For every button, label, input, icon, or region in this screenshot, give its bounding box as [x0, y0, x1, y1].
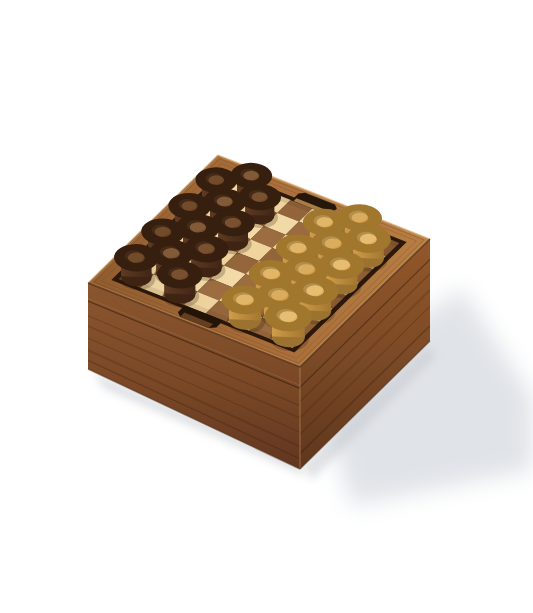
checkers-travel-box-scene [0, 0, 533, 613]
checkers-box-product-photo [0, 0, 533, 613]
